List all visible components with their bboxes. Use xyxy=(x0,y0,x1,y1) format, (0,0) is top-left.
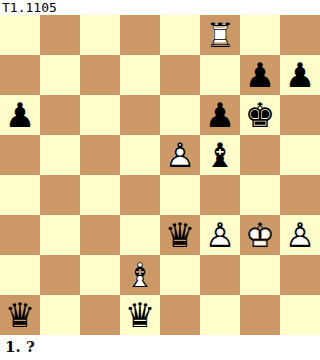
square-d6[interactable] xyxy=(120,95,160,135)
piece-black-queen: ♛ xyxy=(0,295,40,335)
piece-outline-layer: ♖ xyxy=(200,15,240,55)
square-c6[interactable] xyxy=(80,95,120,135)
square-a4[interactable] xyxy=(0,175,40,215)
square-h3[interactable]: ♟♙ xyxy=(280,215,320,255)
square-e4[interactable] xyxy=(160,175,200,215)
square-g2[interactable] xyxy=(240,255,280,295)
square-f5[interactable]: ♝ xyxy=(200,135,240,175)
square-g3[interactable]: ♚♔ xyxy=(240,215,280,255)
square-f7[interactable] xyxy=(200,55,240,95)
square-b3[interactable] xyxy=(40,215,80,255)
chess-puzzle-screen: T1.1105 ♜♖♟♟♟♟♚♟♙♝♛♟♙♚♔♟♙♝♗♛♛ 1. ? xyxy=(0,0,320,360)
square-f8[interactable]: ♜♖ xyxy=(200,15,240,55)
piece-black-pawn: ♟ xyxy=(200,95,240,135)
square-g5[interactable] xyxy=(240,135,280,175)
piece-black-pawn: ♟ xyxy=(0,95,40,135)
piece-black-queen: ♛ xyxy=(120,295,160,335)
square-e1[interactable] xyxy=(160,295,200,335)
square-b4[interactable] xyxy=(40,175,80,215)
square-h4[interactable] xyxy=(280,175,320,215)
square-a7[interactable] xyxy=(0,55,40,95)
move-prompt: 1. ? xyxy=(0,335,320,360)
square-c4[interactable] xyxy=(80,175,120,215)
piece-white-pawn: ♟♙ xyxy=(280,215,320,255)
square-a8[interactable] xyxy=(0,15,40,55)
square-b1[interactable] xyxy=(40,295,80,335)
square-b8[interactable] xyxy=(40,15,80,55)
square-d3[interactable] xyxy=(120,215,160,255)
square-c5[interactable] xyxy=(80,135,120,175)
piece-outline-layer: ♙ xyxy=(160,135,200,175)
square-e6[interactable] xyxy=(160,95,200,135)
square-g1[interactable] xyxy=(240,295,280,335)
square-f1[interactable] xyxy=(200,295,240,335)
square-c3[interactable] xyxy=(80,215,120,255)
square-g7[interactable]: ♟ xyxy=(240,55,280,95)
square-e7[interactable] xyxy=(160,55,200,95)
piece-black-pawn: ♟ xyxy=(240,55,280,95)
square-f2[interactable] xyxy=(200,255,240,295)
piece-white-pawn: ♟♙ xyxy=(200,215,240,255)
piece-outline-layer: ♙ xyxy=(280,215,320,255)
square-e2[interactable] xyxy=(160,255,200,295)
square-a5[interactable] xyxy=(0,135,40,175)
square-b7[interactable] xyxy=(40,55,80,95)
square-a2[interactable] xyxy=(0,255,40,295)
piece-white-pawn: ♟♙ xyxy=(160,135,200,175)
square-h7[interactable]: ♟ xyxy=(280,55,320,95)
square-h5[interactable] xyxy=(280,135,320,175)
square-h8[interactable] xyxy=(280,15,320,55)
square-g4[interactable] xyxy=(240,175,280,215)
square-f6[interactable]: ♟ xyxy=(200,95,240,135)
puzzle-id: T1.1105 xyxy=(0,0,320,15)
square-d5[interactable] xyxy=(120,135,160,175)
square-g6[interactable]: ♚ xyxy=(240,95,280,135)
piece-white-king: ♚♔ xyxy=(240,215,280,255)
square-e5[interactable]: ♟♙ xyxy=(160,135,200,175)
square-e8[interactable] xyxy=(160,15,200,55)
square-b6[interactable] xyxy=(40,95,80,135)
square-f4[interactable] xyxy=(200,175,240,215)
square-a1[interactable]: ♛ xyxy=(0,295,40,335)
piece-white-rook: ♜♖ xyxy=(200,15,240,55)
square-a6[interactable]: ♟ xyxy=(0,95,40,135)
square-g8[interactable] xyxy=(240,15,280,55)
square-h2[interactable] xyxy=(280,255,320,295)
chess-board: ♜♖♟♟♟♟♚♟♙♝♛♟♙♚♔♟♙♝♗♛♛ xyxy=(0,15,320,335)
square-b2[interactable] xyxy=(40,255,80,295)
square-c8[interactable] xyxy=(80,15,120,55)
piece-white-bishop: ♝♗ xyxy=(120,255,160,295)
square-h1[interactable] xyxy=(280,295,320,335)
square-d8[interactable] xyxy=(120,15,160,55)
square-a3[interactable] xyxy=(0,215,40,255)
piece-black-queen: ♛ xyxy=(160,215,200,255)
square-b5[interactable] xyxy=(40,135,80,175)
square-d2[interactable]: ♝♗ xyxy=(120,255,160,295)
piece-outline-layer: ♙ xyxy=(200,215,240,255)
piece-outline-layer: ♔ xyxy=(240,215,280,255)
square-d7[interactable] xyxy=(120,55,160,95)
piece-outline-layer: ♗ xyxy=(120,255,160,295)
square-c7[interactable] xyxy=(80,55,120,95)
piece-black-bishop: ♝ xyxy=(200,135,240,175)
square-c1[interactable] xyxy=(80,295,120,335)
square-e3[interactable]: ♛ xyxy=(160,215,200,255)
square-d1[interactable]: ♛ xyxy=(120,295,160,335)
square-d4[interactable] xyxy=(120,175,160,215)
square-f3[interactable]: ♟♙ xyxy=(200,215,240,255)
square-h6[interactable] xyxy=(280,95,320,135)
piece-black-pawn: ♟ xyxy=(280,55,320,95)
square-c2[interactable] xyxy=(80,255,120,295)
piece-black-king: ♚ xyxy=(240,95,280,135)
